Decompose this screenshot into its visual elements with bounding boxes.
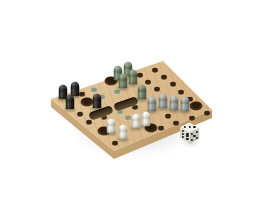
peg-grey[interactable]: [159, 93, 168, 108]
peg-white[interactable]: [142, 111, 151, 126]
die[interactable]: [179, 121, 200, 144]
peg-black[interactable]: [66, 94, 75, 109]
peg-grey[interactable]: [181, 96, 190, 111]
pegs-layer: [0, 0, 258, 222]
peg-white[interactable]: [132, 113, 141, 128]
peg-grey[interactable]: [170, 95, 179, 110]
peg-black[interactable]: [93, 93, 102, 108]
peg-green[interactable]: [138, 84, 147, 99]
product-photo-stage: [0, 0, 258, 222]
peg-white[interactable]: [119, 124, 128, 139]
peg-white[interactable]: [107, 118, 116, 133]
peg-grey[interactable]: [148, 96, 157, 111]
peg-green[interactable]: [129, 69, 138, 84]
peg-green[interactable]: [119, 73, 128, 88]
